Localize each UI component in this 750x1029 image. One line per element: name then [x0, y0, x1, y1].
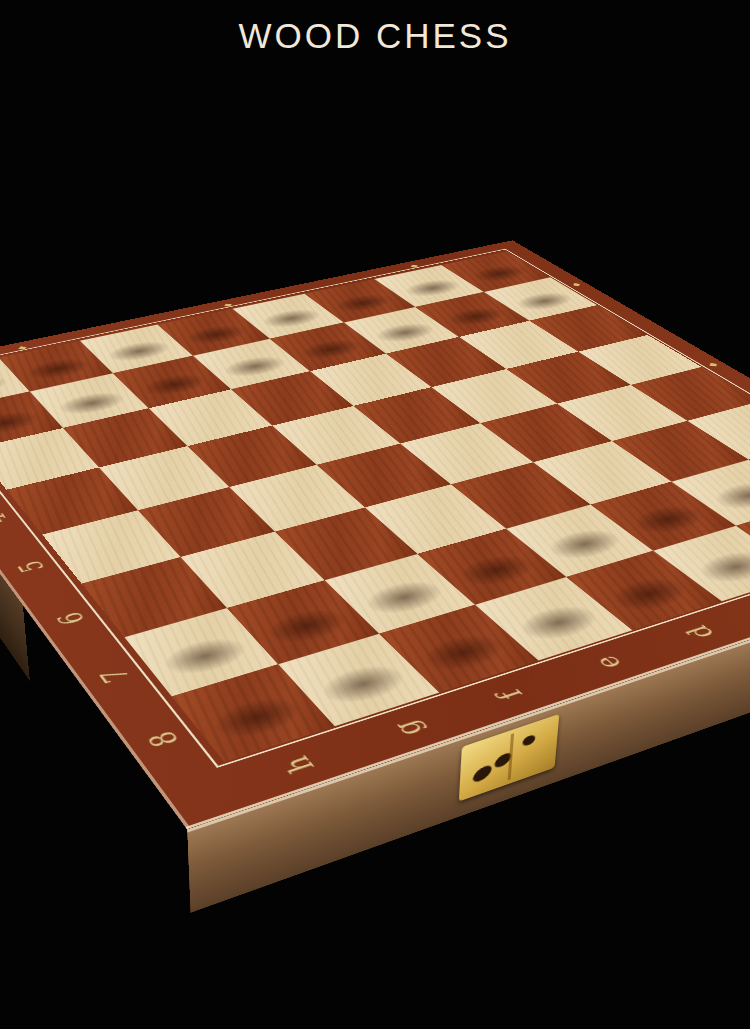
chess-scene: ♜♞♝♚♛♝♞♜♟♟♟♟♟♟♟♟♟♟♟♟♟♟♟♟♜♞♝♚♛♝♞♜ 1234567…	[0, 0, 750, 1029]
hinge-screw	[522, 734, 535, 747]
hinge-slot	[471, 763, 493, 785]
chess-board: ♜♞♝♚♛♝♞♜♟♟♟♟♟♟♟♟♟♟♟♟♟♟♟♟♜♞♝♚♛♝♞♜ 1234567…	[0, 240, 750, 829]
piece-black-rook: ♜	[139, 466, 366, 719]
piece-white-pawn: ♟	[0, 261, 76, 425]
hinge-seam	[508, 733, 515, 780]
product-photo-canvas: WOOD CHESS ♜♞♝♚♛♝♞♜♟♟♟♟♟♟♟♟♟♟♟♟♟♟♟♟♜♞♝♚♛…	[0, 0, 750, 1029]
